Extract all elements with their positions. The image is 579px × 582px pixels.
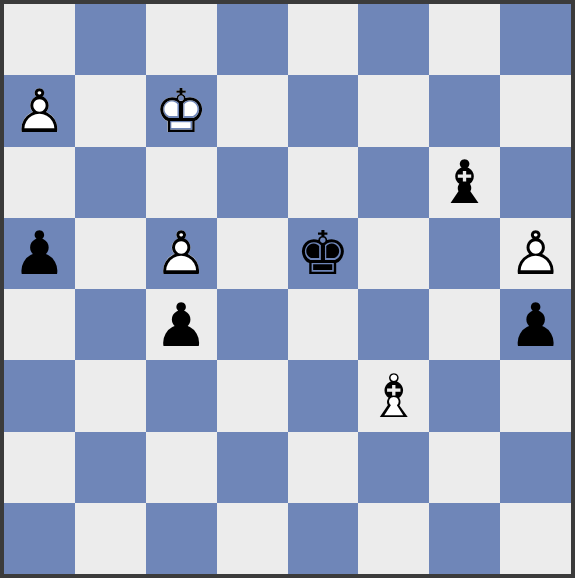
square-c5[interactable]: ♟♙ xyxy=(146,218,217,289)
white-pawn-outline-glyph: ♙ xyxy=(9,81,69,141)
white-pawn-outline-glyph: ♙ xyxy=(151,223,211,283)
square-b3[interactable] xyxy=(75,360,146,431)
square-g1[interactable] xyxy=(429,503,500,574)
square-e2[interactable] xyxy=(288,432,359,503)
square-h6[interactable] xyxy=(500,147,571,218)
white-king-outline-glyph: ♔ xyxy=(151,81,211,141)
square-d7[interactable] xyxy=(217,75,288,146)
black-king[interactable]: ♚ xyxy=(296,223,350,283)
square-f2[interactable] xyxy=(358,432,429,503)
square-b8[interactable] xyxy=(75,4,146,75)
square-a7[interactable]: ♟♙ xyxy=(4,75,75,146)
square-d5[interactable] xyxy=(217,218,288,289)
black-bishop[interactable]: ♝ xyxy=(438,152,492,212)
white-pawn[interactable]: ♟♙ xyxy=(506,223,566,283)
square-g8[interactable] xyxy=(429,4,500,75)
white-pawn[interactable]: ♟♙ xyxy=(9,81,69,141)
square-c6[interactable] xyxy=(146,147,217,218)
square-d4[interactable] xyxy=(217,289,288,360)
square-c1[interactable] xyxy=(146,503,217,574)
square-c2[interactable] xyxy=(146,432,217,503)
black-pawn[interactable]: ♟ xyxy=(509,295,563,355)
white-pawn-outline-glyph: ♙ xyxy=(506,223,566,283)
square-c8[interactable] xyxy=(146,4,217,75)
square-e8[interactable] xyxy=(288,4,359,75)
square-f3[interactable]: ♝♗ xyxy=(358,360,429,431)
square-d2[interactable] xyxy=(217,432,288,503)
square-f8[interactable] xyxy=(358,4,429,75)
square-a5[interactable]: ♟ xyxy=(4,218,75,289)
square-e1[interactable] xyxy=(288,503,359,574)
square-f7[interactable] xyxy=(358,75,429,146)
white-bishop-outline-glyph: ♗ xyxy=(364,366,424,426)
square-f1[interactable] xyxy=(358,503,429,574)
square-e6[interactable] xyxy=(288,147,359,218)
white-king[interactable]: ♚♔ xyxy=(151,81,211,141)
square-h2[interactable] xyxy=(500,432,571,503)
black-pawn[interactable]: ♟ xyxy=(13,223,67,283)
square-h4[interactable]: ♟ xyxy=(500,289,571,360)
square-b5[interactable] xyxy=(75,218,146,289)
square-d8[interactable] xyxy=(217,4,288,75)
square-f5[interactable] xyxy=(358,218,429,289)
square-g2[interactable] xyxy=(429,432,500,503)
square-e5[interactable]: ♚ xyxy=(288,218,359,289)
square-c7[interactable]: ♚♔ xyxy=(146,75,217,146)
square-g6[interactable]: ♝ xyxy=(429,147,500,218)
white-pawn[interactable]: ♟♙ xyxy=(151,223,211,283)
chess-board: ♟♙♚♔♝♟♟♙♚♟♙♟♟♝♗ xyxy=(4,4,571,574)
chess-board-border: ♟♙♚♔♝♟♟♙♚♟♙♟♟♝♗ xyxy=(0,0,575,578)
square-b6[interactable] xyxy=(75,147,146,218)
square-c3[interactable] xyxy=(146,360,217,431)
square-b2[interactable] xyxy=(75,432,146,503)
square-g4[interactable] xyxy=(429,289,500,360)
square-a6[interactable] xyxy=(4,147,75,218)
square-d6[interactable] xyxy=(217,147,288,218)
square-h3[interactable] xyxy=(500,360,571,431)
square-c4[interactable]: ♟ xyxy=(146,289,217,360)
square-d1[interactable] xyxy=(217,503,288,574)
square-a3[interactable] xyxy=(4,360,75,431)
square-g5[interactable] xyxy=(429,218,500,289)
square-g3[interactable] xyxy=(429,360,500,431)
square-e3[interactable] xyxy=(288,360,359,431)
square-a8[interactable] xyxy=(4,4,75,75)
square-b7[interactable] xyxy=(75,75,146,146)
square-d3[interactable] xyxy=(217,360,288,431)
square-h7[interactable] xyxy=(500,75,571,146)
black-pawn[interactable]: ♟ xyxy=(154,295,208,355)
square-g7[interactable] xyxy=(429,75,500,146)
square-f4[interactable] xyxy=(358,289,429,360)
square-a1[interactable] xyxy=(4,503,75,574)
square-h5[interactable]: ♟♙ xyxy=(500,218,571,289)
square-a2[interactable] xyxy=(4,432,75,503)
square-a4[interactable] xyxy=(4,289,75,360)
square-h1[interactable] xyxy=(500,503,571,574)
square-b1[interactable] xyxy=(75,503,146,574)
square-e7[interactable] xyxy=(288,75,359,146)
square-b4[interactable] xyxy=(75,289,146,360)
square-f6[interactable] xyxy=(358,147,429,218)
square-h8[interactable] xyxy=(500,4,571,75)
white-bishop[interactable]: ♝♗ xyxy=(364,366,424,426)
square-e4[interactable] xyxy=(288,289,359,360)
